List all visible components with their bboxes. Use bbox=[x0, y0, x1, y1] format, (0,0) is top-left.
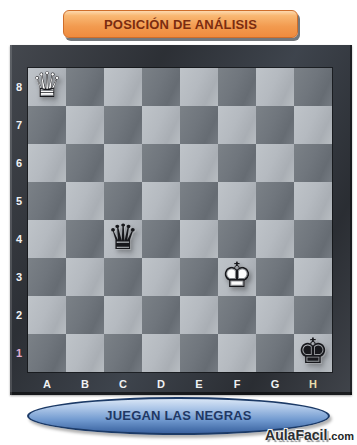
square-g3 bbox=[256, 258, 294, 296]
square-f5 bbox=[218, 182, 256, 220]
file-labels: A B C D E F G H bbox=[28, 372, 332, 395]
square-a8: ♛♕ bbox=[28, 68, 66, 106]
square-g1 bbox=[256, 334, 294, 372]
chess-board: 8 7 6 5 4 3 2 1 ♛♕♛♚♔♚ A B C D E F G H bbox=[10, 45, 352, 395]
square-c5 bbox=[104, 182, 142, 220]
square-h5 bbox=[294, 182, 332, 220]
square-a1 bbox=[28, 334, 66, 372]
file-label-d: D bbox=[142, 372, 180, 395]
black-king: ♚ bbox=[294, 334, 332, 372]
square-c4: ♛ bbox=[104, 220, 142, 258]
square-b7 bbox=[66, 106, 104, 144]
square-c1 bbox=[104, 334, 142, 372]
square-b4 bbox=[66, 220, 104, 258]
square-e8 bbox=[180, 68, 218, 106]
rank-label-2: 2 bbox=[10, 296, 28, 334]
square-c6 bbox=[104, 144, 142, 182]
square-d3 bbox=[142, 258, 180, 296]
square-a2 bbox=[28, 296, 66, 334]
square-d6 bbox=[142, 144, 180, 182]
rank-label-7: 7 bbox=[10, 106, 28, 144]
square-a5 bbox=[28, 182, 66, 220]
rank-label-1: 1 bbox=[10, 334, 28, 372]
page: POSICIÓN DE ANÁLISIS 8 7 6 5 4 3 2 1 ♛♕♛… bbox=[0, 0, 357, 445]
square-f6 bbox=[218, 144, 256, 182]
file-label-e: E bbox=[180, 372, 218, 395]
rank-labels: 8 7 6 5 4 3 2 1 bbox=[10, 68, 28, 372]
square-c8 bbox=[104, 68, 142, 106]
white-king: ♚♔ bbox=[218, 258, 256, 296]
square-a3 bbox=[28, 258, 66, 296]
square-c3 bbox=[104, 258, 142, 296]
file-label-b: B bbox=[66, 372, 104, 395]
square-f4 bbox=[218, 220, 256, 258]
square-a6 bbox=[28, 144, 66, 182]
square-f2 bbox=[218, 296, 256, 334]
square-d5 bbox=[142, 182, 180, 220]
turn-banner-label: JUEGAN LAS NEGRAS bbox=[105, 408, 251, 425]
square-d7 bbox=[142, 106, 180, 144]
square-f7 bbox=[218, 106, 256, 144]
square-h3 bbox=[294, 258, 332, 296]
file-label-h: H bbox=[294, 372, 332, 395]
square-a4 bbox=[28, 220, 66, 258]
square-f1 bbox=[218, 334, 256, 372]
square-b5 bbox=[66, 182, 104, 220]
analysis-banner-label: POSICIÓN DE ANÁLISIS bbox=[104, 17, 257, 32]
rank-label-3: 3 bbox=[10, 258, 28, 296]
rank-label-4: 4 bbox=[10, 220, 28, 258]
square-h8 bbox=[294, 68, 332, 106]
square-d2 bbox=[142, 296, 180, 334]
square-g2 bbox=[256, 296, 294, 334]
rank-label-5: 5 bbox=[10, 182, 28, 220]
square-a7 bbox=[28, 106, 66, 144]
file-label-c: C bbox=[104, 372, 142, 395]
square-g4 bbox=[256, 220, 294, 258]
brand-watermark: AulaFacil .com bbox=[265, 427, 354, 443]
square-e7 bbox=[180, 106, 218, 144]
rank-label-6: 6 bbox=[10, 144, 28, 182]
brand-suffix: .com bbox=[328, 430, 354, 442]
square-g8 bbox=[256, 68, 294, 106]
square-b3 bbox=[66, 258, 104, 296]
square-b8 bbox=[66, 68, 104, 106]
board-grid: ♛♕♛♚♔♚ bbox=[28, 68, 332, 372]
square-h6 bbox=[294, 144, 332, 182]
square-c7 bbox=[104, 106, 142, 144]
square-h2 bbox=[294, 296, 332, 334]
square-e1 bbox=[180, 334, 218, 372]
square-d8 bbox=[142, 68, 180, 106]
square-h1: ♚ bbox=[294, 334, 332, 372]
square-e3 bbox=[180, 258, 218, 296]
square-e5 bbox=[180, 182, 218, 220]
square-b6 bbox=[66, 144, 104, 182]
square-e6 bbox=[180, 144, 218, 182]
square-f8 bbox=[218, 68, 256, 106]
square-g6 bbox=[256, 144, 294, 182]
square-e4 bbox=[180, 220, 218, 258]
square-c2 bbox=[104, 296, 142, 334]
square-h7 bbox=[294, 106, 332, 144]
square-g7 bbox=[256, 106, 294, 144]
file-label-f: F bbox=[218, 372, 256, 395]
black-queen: ♛ bbox=[104, 220, 142, 258]
file-label-g: G bbox=[256, 372, 294, 395]
square-g5 bbox=[256, 182, 294, 220]
analysis-banner: POSICIÓN DE ANÁLISIS bbox=[63, 10, 298, 38]
square-e2 bbox=[180, 296, 218, 334]
square-d1 bbox=[142, 334, 180, 372]
square-b1 bbox=[66, 334, 104, 372]
rank-label-8: 8 bbox=[10, 68, 28, 106]
square-b2 bbox=[66, 296, 104, 334]
file-label-a: A bbox=[28, 372, 66, 395]
square-h4 bbox=[294, 220, 332, 258]
white-queen: ♛♕ bbox=[28, 68, 66, 106]
brand-name: AulaFacil bbox=[265, 427, 327, 443]
square-f3: ♚♔ bbox=[218, 258, 256, 296]
square-d4 bbox=[142, 220, 180, 258]
